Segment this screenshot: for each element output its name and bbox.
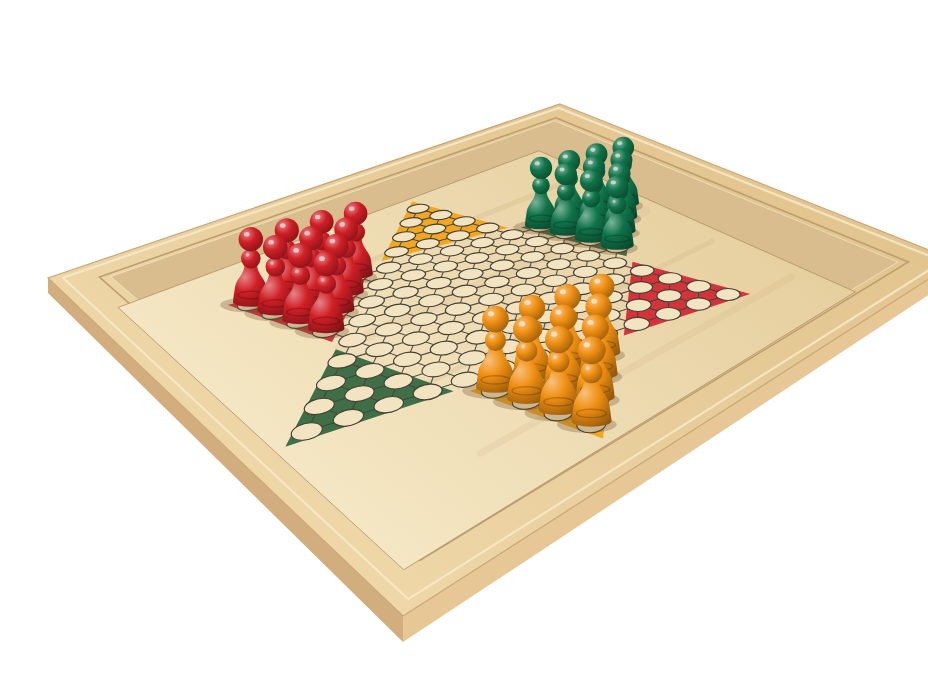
peg-head-highlight (556, 310, 562, 315)
peg-head-highlight (339, 222, 345, 227)
peg-ball-highlight (553, 355, 557, 359)
peg-head (314, 251, 339, 276)
peg-head (263, 235, 288, 260)
peg-head-highlight (244, 232, 250, 237)
peg-head (578, 337, 606, 365)
peg-head-highlight (315, 215, 321, 220)
peg-head-highlight (525, 300, 531, 305)
peg-head-highlight (519, 321, 525, 326)
peg-ball-highlight (490, 334, 494, 338)
peg-head-highlight (587, 320, 593, 325)
chinese-checkers-photo (40, 16, 928, 686)
peg-middle-ball (557, 183, 575, 201)
peg-head-highlight (349, 207, 355, 211)
board-scene (40, 16, 928, 686)
peg-head-highlight (535, 161, 540, 165)
peg-head (482, 306, 509, 333)
peg-head-highlight (585, 174, 590, 178)
peg-ball-highlight (561, 187, 564, 190)
peg-ball-highlight (246, 253, 250, 257)
peg-head (580, 169, 603, 192)
peg-middle-ball (608, 196, 626, 214)
peg-head-highlight (611, 180, 616, 184)
peg-ball-highlight (295, 270, 299, 274)
peg-ball-highlight (586, 366, 590, 370)
peg-head-highlight (615, 154, 620, 158)
peg-head-highlight (293, 248, 299, 253)
peg-middle-ball (316, 274, 336, 294)
peg-head (545, 326, 572, 353)
peg-middle-ball (290, 265, 310, 285)
peg-middle-ball (582, 189, 600, 207)
peg-head-highlight (280, 223, 286, 228)
peg-head-highlight (584, 342, 591, 347)
peg-head-highlight (617, 141, 622, 145)
peg-ball-highlight (321, 278, 325, 282)
peg-head (555, 163, 577, 185)
peg-head-highlight (304, 231, 310, 236)
peg-head (606, 176, 629, 199)
peg-middle-ball (241, 249, 261, 269)
peg-middle-ball (485, 330, 506, 351)
peg-head-highlight (588, 160, 593, 164)
peg-head-highlight (563, 154, 568, 158)
peg-head-highlight (560, 289, 566, 294)
peg-head-highlight (590, 148, 595, 152)
peg-middle-ball (266, 257, 286, 277)
peg-head (239, 227, 263, 251)
peg-head-highlight (268, 240, 274, 245)
peg-middle-ball (581, 361, 603, 383)
peg-head-highlight (488, 311, 494, 316)
peg-head-highlight (319, 256, 325, 261)
peg-head-highlight (594, 279, 600, 284)
peg-head-highlight (613, 167, 618, 171)
peg-middle-ball (532, 177, 550, 195)
peg-head (288, 243, 313, 268)
peg-head-highlight (559, 167, 564, 171)
peg-ball-highlight (270, 261, 274, 265)
peg-head-highlight (551, 332, 557, 337)
peg-ball-highlight (587, 193, 590, 196)
peg-ball-highlight (536, 181, 539, 184)
peg-head (513, 316, 540, 343)
peg-ball-highlight (612, 200, 615, 203)
peg-ball-highlight (521, 345, 525, 349)
peg-middle-ball (516, 340, 538, 362)
peg-head (530, 157, 552, 179)
peg-head-highlight (591, 299, 597, 304)
peg-middle-ball (548, 350, 570, 372)
peg-head-highlight (329, 239, 335, 244)
